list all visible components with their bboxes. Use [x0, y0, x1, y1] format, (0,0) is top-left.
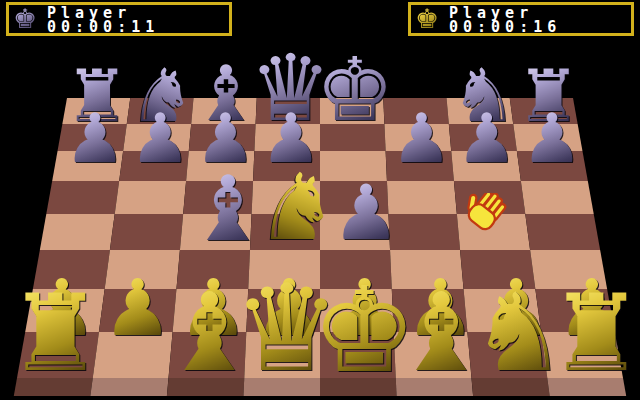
black-pawn-a7[interactable]: ♟: [65, 105, 126, 173]
black-king-e8[interactable]: ♚: [316, 46, 395, 134]
black-pawn-h7[interactable]: ♟: [522, 105, 583, 173]
black-pawn-f7[interactable]: ♟: [391, 105, 452, 173]
pieces-layer: ♜♞♝♛♚♞♜♟♟♟♟♟♟♟♝♞♟♟♟♟♟♟♟♟♟♜♝♛♚♝♞♜: [0, 0, 640, 400]
black-clock-time: 00:00:11: [47, 20, 159, 34]
black-pawn-b7[interactable]: ♟: [130, 105, 191, 173]
black-king-icon: ♚: [13, 3, 37, 35]
white-king-icon: ♚: [415, 3, 439, 35]
white-rook-a1[interactable]: ♜: [7, 281, 102, 387]
black-pawn-e5[interactable]: ♟: [332, 175, 400, 251]
white-clock-time: 00:00:16: [449, 20, 561, 34]
hand-cursor[interactable]: [461, 193, 511, 241]
black-clock: ♚ Player 00:00:11: [6, 2, 232, 36]
white-knight-d5[interactable]: ♞: [256, 162, 338, 254]
game-screen: ♜♞♝♛♚♞♜♟♟♟♟♟♟♟♝♞♟♟♟♟♟♟♟♟♟♜♝♛♚♝♞♜ ♚ Playe…: [0, 0, 640, 400]
white-clock: ♚ Player 00:00:16: [408, 2, 634, 36]
black-pawn-g7[interactable]: ♟: [456, 105, 517, 173]
white-rook-h1[interactable]: ♜: [549, 281, 640, 387]
